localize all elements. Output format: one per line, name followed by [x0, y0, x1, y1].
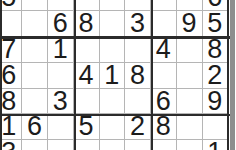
cell-r7-c4: 5 — [74, 114, 100, 140]
cell-r7-c8[interactable] — [177, 114, 203, 140]
cell-r3-c8: 9 — [177, 11, 203, 37]
cell-r8-c3[interactable] — [48, 140, 74, 150]
cell-r8-c5[interactable] — [100, 140, 126, 150]
cell-r3-c6: 3 — [125, 11, 151, 37]
right-edge-shadow — [230, 0, 236, 150]
cell-r2-c5[interactable] — [100, 0, 126, 11]
cell-r4-c2[interactable] — [22, 37, 48, 63]
cell-r6-c8[interactable] — [177, 89, 203, 115]
block-line-vertical-left — [0, 0, 2, 150]
cell-r8-c2[interactable] — [22, 140, 48, 150]
cell-r3-c4: 8 — [74, 11, 100, 37]
cell-r8-c9: 1 — [203, 140, 229, 150]
block-line-vertical-1 — [74, 0, 76, 150]
cell-r5-c4: 4 — [74, 63, 100, 89]
cell-r6-c5[interactable] — [100, 89, 126, 115]
block-line-horizontal-2 — [0, 114, 230, 116]
cell-r6-c9: 9 — [203, 89, 229, 115]
cell-r4-c7: 4 — [151, 37, 177, 63]
cell-r2-c7[interactable] — [151, 0, 177, 11]
cell-r8-c1: 3 — [0, 140, 22, 150]
cell-r8-c4[interactable] — [74, 140, 100, 150]
sudoku-screenshot: 566839571486418283691652831 — [0, 0, 235, 150]
cell-r8-c6[interactable] — [125, 140, 151, 150]
cell-r7-c6: 2 — [125, 114, 151, 140]
sudoku-grid: 566839571486418283691652831 — [0, 0, 228, 150]
cell-r7-c5[interactable] — [100, 114, 126, 140]
cell-r7-c3[interactable] — [48, 114, 74, 140]
cell-r5-c8[interactable] — [177, 63, 203, 89]
block-line-vertical-2 — [151, 0, 153, 150]
cell-r3-c5[interactable] — [100, 11, 126, 37]
cell-r4-c8[interactable] — [177, 37, 203, 63]
cell-r5-c2[interactable] — [22, 63, 48, 89]
cell-r2-c1: 5 — [0, 0, 22, 11]
cell-r2-c2[interactable] — [22, 0, 48, 11]
cell-r6-c3: 3 — [48, 89, 74, 115]
cell-r7-c7: 8 — [151, 114, 177, 140]
cell-r4-c3: 1 — [48, 37, 74, 63]
block-line-horizontal-1 — [0, 36, 230, 38]
cell-r5-c5: 1 — [100, 63, 126, 89]
cell-r7-c2: 6 — [22, 114, 48, 140]
cell-r3-c2[interactable] — [22, 11, 48, 37]
cell-r5-c6: 8 — [125, 63, 151, 89]
cell-r8-c8[interactable] — [177, 140, 203, 150]
cell-r8-c7[interactable] — [151, 140, 177, 150]
